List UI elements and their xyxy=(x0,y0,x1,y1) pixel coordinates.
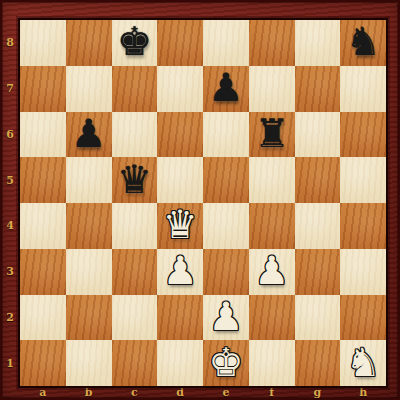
white-pawn[interactable]: ♟ xyxy=(249,249,295,295)
file-label-d: d xyxy=(157,386,203,400)
square-b8[interactable] xyxy=(66,20,112,66)
square-d2[interactable] xyxy=(157,295,203,341)
square-h3[interactable] xyxy=(340,249,386,295)
square-f4[interactable] xyxy=(249,203,295,249)
square-f1[interactable] xyxy=(249,340,295,386)
square-a3[interactable] xyxy=(20,249,66,295)
square-f5[interactable] xyxy=(249,157,295,203)
rank-label-5: 5 xyxy=(0,157,20,203)
square-f2[interactable] xyxy=(249,295,295,341)
rank-labels: 87654321 xyxy=(0,20,20,386)
square-a4[interactable] xyxy=(20,203,66,249)
black-rook[interactable]: ♜ xyxy=(249,112,295,158)
square-h6[interactable] xyxy=(340,112,386,158)
square-c3[interactable] xyxy=(112,249,158,295)
square-c6[interactable] xyxy=(112,112,158,158)
black-pawn[interactable]: ♟ xyxy=(203,66,249,112)
file-label-c: c xyxy=(112,386,158,400)
rank-label-8: 8 xyxy=(0,20,20,66)
square-b2[interactable] xyxy=(66,295,112,341)
square-b1[interactable] xyxy=(66,340,112,386)
square-e1[interactable]: ♚ xyxy=(203,340,249,386)
square-c4[interactable] xyxy=(112,203,158,249)
square-a1[interactable] xyxy=(20,340,66,386)
black-pawn[interactable]: ♟ xyxy=(66,112,112,158)
square-e5[interactable] xyxy=(203,157,249,203)
square-g4[interactable] xyxy=(295,203,341,249)
square-g1[interactable] xyxy=(295,340,341,386)
square-g7[interactable] xyxy=(295,66,341,112)
chess-board: ♚♞♟♟♜♛♛♟♟♟♚♞ xyxy=(20,20,386,386)
square-d3[interactable]: ♟ xyxy=(157,249,203,295)
square-c7[interactable] xyxy=(112,66,158,112)
square-b6[interactable]: ♟ xyxy=(66,112,112,158)
rank-label-3: 3 xyxy=(0,249,20,295)
square-h7[interactable] xyxy=(340,66,386,112)
black-king[interactable]: ♚ xyxy=(112,20,158,66)
square-a8[interactable] xyxy=(20,20,66,66)
rank-label-6: 6 xyxy=(0,112,20,158)
square-g2[interactable] xyxy=(295,295,341,341)
rank-label-1: 1 xyxy=(0,340,20,386)
white-knight[interactable]: ♞ xyxy=(340,340,386,386)
black-queen[interactable]: ♛ xyxy=(112,157,158,203)
board-frame: 87654321 abcdefgh ♚♞♟♟♜♛♛♟♟♟♚♞ xyxy=(0,0,400,400)
square-a6[interactable] xyxy=(20,112,66,158)
square-b4[interactable] xyxy=(66,203,112,249)
square-c2[interactable] xyxy=(112,295,158,341)
square-d4[interactable]: ♛ xyxy=(157,203,203,249)
square-a2[interactable] xyxy=(20,295,66,341)
square-b7[interactable] xyxy=(66,66,112,112)
square-h1[interactable]: ♞ xyxy=(340,340,386,386)
square-e8[interactable] xyxy=(203,20,249,66)
black-knight[interactable]: ♞ xyxy=(340,20,386,66)
square-c5[interactable]: ♛ xyxy=(112,157,158,203)
square-h4[interactable] xyxy=(340,203,386,249)
square-h8[interactable]: ♞ xyxy=(340,20,386,66)
square-f8[interactable] xyxy=(249,20,295,66)
rank-label-2: 2 xyxy=(0,295,20,341)
square-d8[interactable] xyxy=(157,20,203,66)
rank-label-7: 7 xyxy=(0,66,20,112)
square-a5[interactable] xyxy=(20,157,66,203)
file-label-e: e xyxy=(203,386,249,400)
square-g6[interactable] xyxy=(295,112,341,158)
square-d1[interactable] xyxy=(157,340,203,386)
square-e6[interactable] xyxy=(203,112,249,158)
square-e2[interactable]: ♟ xyxy=(203,295,249,341)
square-g8[interactable] xyxy=(295,20,341,66)
square-b3[interactable] xyxy=(66,249,112,295)
square-e3[interactable] xyxy=(203,249,249,295)
square-d5[interactable] xyxy=(157,157,203,203)
file-label-a: a xyxy=(20,386,66,400)
square-h2[interactable] xyxy=(340,295,386,341)
square-d6[interactable] xyxy=(157,112,203,158)
square-f6[interactable]: ♜ xyxy=(249,112,295,158)
white-king[interactable]: ♚ xyxy=(203,340,249,386)
square-c8[interactable]: ♚ xyxy=(112,20,158,66)
square-e4[interactable] xyxy=(203,203,249,249)
square-d7[interactable] xyxy=(157,66,203,112)
square-f3[interactable]: ♟ xyxy=(249,249,295,295)
file-label-g: g xyxy=(295,386,341,400)
square-h5[interactable] xyxy=(340,157,386,203)
file-labels: abcdefgh xyxy=(20,386,386,400)
square-g5[interactable] xyxy=(295,157,341,203)
square-e7[interactable]: ♟ xyxy=(203,66,249,112)
white-pawn[interactable]: ♟ xyxy=(203,295,249,341)
file-label-h: h xyxy=(340,386,386,400)
square-a7[interactable] xyxy=(20,66,66,112)
square-c1[interactable] xyxy=(112,340,158,386)
square-f7[interactable] xyxy=(249,66,295,112)
square-g3[interactable] xyxy=(295,249,341,295)
rank-label-4: 4 xyxy=(0,203,20,249)
white-queen[interactable]: ♛ xyxy=(157,203,203,249)
file-label-b: b xyxy=(66,386,112,400)
file-label-f: f xyxy=(249,386,295,400)
white-pawn[interactable]: ♟ xyxy=(157,249,203,295)
square-b5[interactable] xyxy=(66,157,112,203)
